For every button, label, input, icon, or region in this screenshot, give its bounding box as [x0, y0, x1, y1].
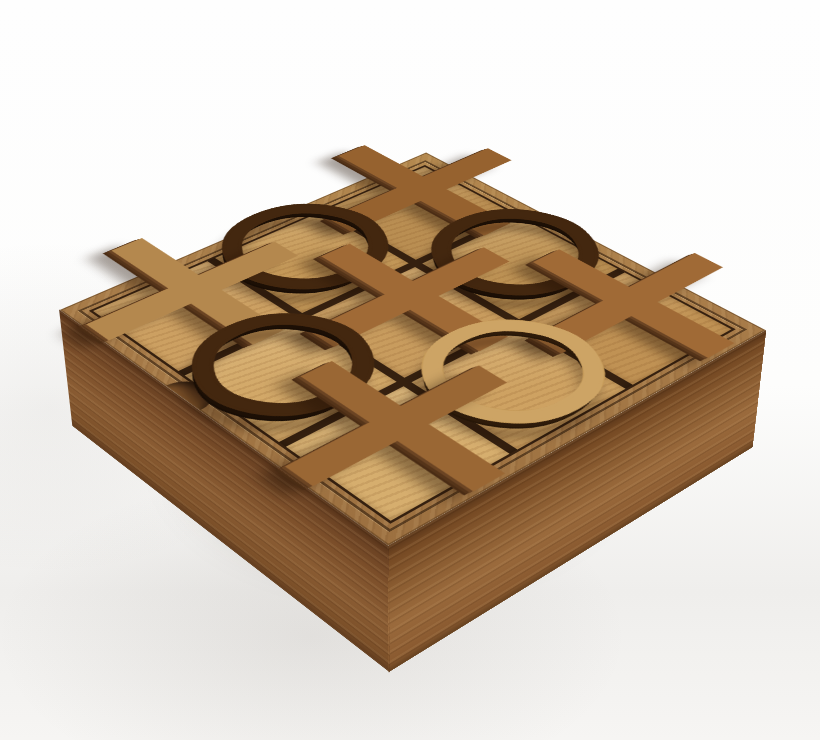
- cell-r2c2[interactable]: ×: [286, 386, 510, 520]
- scene: ×○×○×○×○×: [160, 70, 660, 570]
- piece-x[interactable]: ×: [209, 335, 597, 526]
- page-root: { "game": "tic-tac-toe", "position": "XO…: [0, 0, 820, 740]
- tictactoe-box: ×○×○×○×○×: [60, 153, 766, 546]
